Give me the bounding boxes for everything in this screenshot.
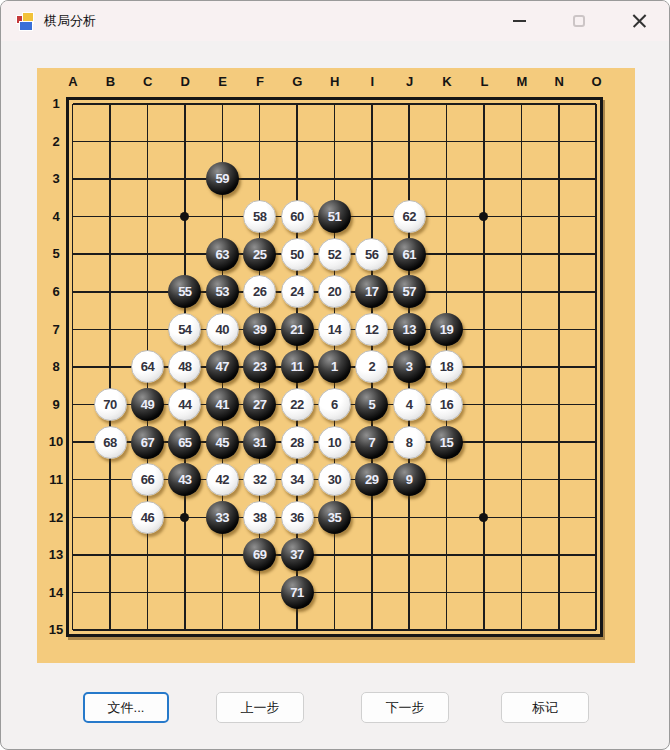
intersection-E7[interactable]: 40 [204,311,241,349]
black-stone-61: 61 [393,238,426,271]
intersection-O13[interactable] [577,536,614,574]
intersection-C12[interactable]: 46 [129,499,166,537]
intersection-D3[interactable] [166,160,203,198]
intersection-K7[interactable]: 19 [428,311,465,349]
intersection-J9[interactable]: 4 [391,386,428,424]
intersection-M11[interactable] [503,461,540,499]
intersection-B6[interactable] [91,273,128,311]
intersection-I10[interactable]: 7 [353,423,390,461]
intersection-I4[interactable] [353,198,390,236]
intersection-K8[interactable]: 18 [428,348,465,386]
intersection-L9[interactable] [465,386,502,424]
intersection-O11[interactable] [577,461,614,499]
black-stone-43: 43 [168,463,201,496]
minimize-icon [513,20,526,22]
white-stone-6: 6 [318,388,351,421]
black-stone-17: 17 [355,275,388,308]
intersection-G4[interactable]: 60 [278,198,315,236]
intersection-N2[interactable] [540,123,577,161]
intersection-K3[interactable] [428,160,465,198]
intersection-G2[interactable] [278,123,315,161]
intersection-N5[interactable] [540,235,577,273]
titlebar[interactable]: 棋局分析 [1,1,669,41]
intersection-H10[interactable]: 10 [316,423,353,461]
intersection-N10[interactable] [540,423,577,461]
intersection-B11[interactable] [91,461,128,499]
intersection-E4[interactable] [204,198,241,236]
intersection-I2[interactable] [353,123,390,161]
black-stone-3: 3 [393,350,426,383]
intersection-M2[interactable] [503,123,540,161]
intersection-F10[interactable]: 31 [241,423,278,461]
intersection-C2[interactable] [129,123,166,161]
intersection-E11[interactable]: 42 [204,461,241,499]
white-stone-20: 20 [318,275,351,308]
star-point [479,212,488,221]
intersection-I15[interactable] [353,611,390,649]
intersection-F7[interactable]: 39 [241,311,278,349]
intersection-N9[interactable] [540,386,577,424]
intersection-J1[interactable] [391,85,428,123]
intersection-O8[interactable] [577,348,614,386]
black-stone-69: 69 [243,538,276,571]
intersection-L2[interactable] [465,123,502,161]
intersection-A7[interactable] [54,311,91,349]
next-step-button[interactable]: 下一步 [361,692,449,723]
intersection-D8[interactable]: 48 [166,348,203,386]
intersection-J7[interactable]: 13 [391,311,428,349]
intersection-O15[interactable] [577,611,614,649]
intersection-A5[interactable] [54,235,91,273]
intersection-I6[interactable]: 17 [353,273,390,311]
maximize-icon [573,15,585,27]
intersection-N8[interactable] [540,348,577,386]
intersection-H4[interactable]: 51 [316,198,353,236]
white-stone-14: 14 [318,313,351,346]
intersection-L12[interactable] [465,499,502,537]
intersection-M12[interactable] [503,499,540,537]
intersection-O4[interactable] [577,198,614,236]
black-stone-53: 53 [206,275,239,308]
close-button[interactable] [609,1,669,41]
black-stone-23: 23 [243,350,276,383]
white-stone-34: 34 [281,463,314,496]
intersection-I7[interactable]: 12 [353,311,390,349]
intersection-F15[interactable] [241,611,278,649]
intersection-A11[interactable] [54,461,91,499]
intersection-M9[interactable] [503,386,540,424]
intersection-I1[interactable] [353,85,390,123]
intersection-G1[interactable] [278,85,315,123]
window-controls [489,1,669,41]
intersection-H7[interactable]: 14 [316,311,353,349]
intersection-D4[interactable] [166,198,203,236]
intersection-K13[interactable] [428,536,465,574]
intersection-K6[interactable] [428,273,465,311]
intersection-F4[interactable]: 58 [241,198,278,236]
intersection-H5[interactable]: 52 [316,235,353,273]
intersection-D14[interactable] [166,574,203,612]
intersection-G13[interactable]: 37 [278,536,315,574]
white-stone-62: 62 [393,200,426,233]
intersection-B13[interactable] [91,536,128,574]
black-stone-9: 9 [393,463,426,496]
intersection-F14[interactable] [241,574,278,612]
intersection-I9[interactable]: 5 [353,386,390,424]
intersection-B12[interactable] [91,499,128,537]
intersection-J12[interactable] [391,499,428,537]
black-stone-63: 63 [206,238,239,271]
intersection-I11[interactable]: 29 [353,461,390,499]
intersection-D12[interactable] [166,499,203,537]
intersection-L4[interactable] [465,198,502,236]
intersection-E15[interactable] [204,611,241,649]
intersection-K14[interactable] [428,574,465,612]
intersection-A4[interactable] [54,198,91,236]
intersection-E13[interactable] [204,536,241,574]
intersection-H12[interactable]: 35 [316,499,353,537]
intersection-O9[interactable] [577,386,614,424]
app-icon [16,12,34,30]
intersection-N15[interactable] [540,611,577,649]
black-stone-1: 1 [318,350,351,383]
intersection-C8[interactable]: 64 [129,348,166,386]
intersection-K15[interactable] [428,611,465,649]
intersection-K10[interactable]: 15 [428,423,465,461]
intersection-F2[interactable] [241,123,278,161]
intersection-I3[interactable] [353,160,390,198]
intersection-N13[interactable] [540,536,577,574]
intersection-L5[interactable] [465,235,502,273]
black-stone-45: 45 [206,426,239,459]
black-stone-19: 19 [430,313,463,346]
intersection-E6[interactable]: 53 [204,273,241,311]
intersection-J15[interactable] [391,611,428,649]
black-stone-51: 51 [318,200,351,233]
intersection-N3[interactable] [540,160,577,198]
white-stone-12: 12 [355,313,388,346]
intersection-K12[interactable] [428,499,465,537]
white-stone-64: 64 [131,350,164,383]
intersection-N11[interactable] [540,461,577,499]
intersection-A10[interactable] [54,423,91,461]
intersection-H11[interactable]: 30 [316,461,353,499]
intersection-E8[interactable]: 47 [204,348,241,386]
white-stone-60: 60 [281,200,314,233]
black-stone-11: 11 [281,350,314,383]
intersection-O14[interactable] [577,574,614,612]
intersection-O6[interactable] [577,273,614,311]
intersection-M7[interactable] [503,311,540,349]
intersection-L8[interactable] [465,348,502,386]
black-stone-47: 47 [206,350,239,383]
white-stone-44: 44 [168,388,201,421]
intersection-G7[interactable]: 21 [278,311,315,349]
intersection-M3[interactable] [503,160,540,198]
intersection-H2[interactable] [316,123,353,161]
intersection-O7[interactable] [577,311,614,349]
intersection-C3[interactable] [129,160,166,198]
window-title: 棋局分析 [44,12,96,30]
intersection-B14[interactable] [91,574,128,612]
intersection-B3[interactable] [91,160,128,198]
black-stone-7: 7 [355,426,388,459]
intersection-D15[interactable] [166,611,203,649]
intersection-N7[interactable] [540,311,577,349]
intersection-I5[interactable]: 56 [353,235,390,273]
mark-button[interactable]: 标记 [501,692,589,723]
intersection-C5[interactable] [129,235,166,273]
intersection-L3[interactable] [465,160,502,198]
maximize-button [549,1,609,41]
intersection-D6[interactable]: 55 [166,273,203,311]
intersection-A8[interactable] [54,348,91,386]
black-stone-57: 57 [393,275,426,308]
intersection-K9[interactable]: 16 [428,386,465,424]
intersection-D1[interactable] [166,85,203,123]
white-stone-22: 22 [281,388,314,421]
intersection-G3[interactable] [278,160,315,198]
intersection-G14[interactable]: 71 [278,574,315,612]
intersection-H3[interactable] [316,160,353,198]
intersection-L10[interactable] [465,423,502,461]
intersection-A6[interactable] [54,273,91,311]
intersection-N14[interactable] [540,574,577,612]
white-stone-16: 16 [430,388,463,421]
intersection-F5[interactable]: 25 [241,235,278,273]
intersection-M10[interactable] [503,423,540,461]
intersection-F12[interactable]: 38 [241,499,278,537]
intersection-M1[interactable] [503,85,540,123]
white-stone-40: 40 [206,313,239,346]
intersection-B8[interactable] [91,348,128,386]
black-stone-31: 31 [243,426,276,459]
intersection-I14[interactable] [353,574,390,612]
intersection-O2[interactable] [577,123,614,161]
intersection-D2[interactable] [166,123,203,161]
intersection-H8[interactable]: 1 [316,348,353,386]
intersection-B15[interactable] [91,611,128,649]
star-point [479,513,488,522]
white-stone-46: 46 [131,501,164,534]
intersection-M8[interactable] [503,348,540,386]
white-stone-26: 26 [243,275,276,308]
black-stone-35: 35 [318,501,351,534]
intersection-B4[interactable] [91,198,128,236]
white-stone-4: 4 [393,388,426,421]
intersection-F3[interactable] [241,160,278,198]
intersection-A15[interactable] [54,611,91,649]
intersection-F13[interactable]: 69 [241,536,278,574]
black-stone-15: 15 [430,426,463,459]
intersection-K1[interactable] [428,85,465,123]
intersection-K4[interactable] [428,198,465,236]
intersection-G9[interactable]: 22 [278,386,315,424]
intersection-C9[interactable]: 49 [129,386,166,424]
intersection-A13[interactable] [54,536,91,574]
intersection-D9[interactable]: 44 [166,386,203,424]
intersection-I8[interactable]: 2 [353,348,390,386]
intersection-H15[interactable] [316,611,353,649]
white-stone-32: 32 [243,463,276,496]
intersection-O1[interactable] [577,85,614,123]
intersection-E1[interactable] [204,85,241,123]
intersection-C13[interactable] [129,536,166,574]
white-stone-50: 50 [281,238,314,271]
intersection-F1[interactable] [241,85,278,123]
intersection-N4[interactable] [540,198,577,236]
black-stone-67: 67 [131,426,164,459]
board-grid: 5958605162632550525661555326242017575440… [54,85,615,649]
black-stone-59: 59 [206,162,239,195]
intersection-F9[interactable]: 27 [241,386,278,424]
intersection-L7[interactable] [465,311,502,349]
white-stone-18: 18 [430,350,463,383]
intersection-B2[interactable] [91,123,128,161]
white-stone-10: 10 [318,426,351,459]
star-point [180,513,189,522]
intersection-M6[interactable] [503,273,540,311]
intersection-E12[interactable]: 33 [204,499,241,537]
intersection-C4[interactable] [129,198,166,236]
intersection-C11[interactable]: 66 [129,461,166,499]
intersection-E5[interactable]: 63 [204,235,241,273]
intersection-F11[interactable]: 32 [241,461,278,499]
intersection-M13[interactable] [503,536,540,574]
intersection-G5[interactable]: 50 [278,235,315,273]
board-panel: ABCDEFGHIJKLMNO 123456789101112131415 59… [37,68,635,663]
intersection-K5[interactable] [428,235,465,273]
intersection-B9[interactable]: 70 [91,386,128,424]
intersection-O10[interactable] [577,423,614,461]
white-stone-36: 36 [281,501,314,534]
intersection-C14[interactable] [129,574,166,612]
intersection-L6[interactable] [465,273,502,311]
intersection-I13[interactable] [353,536,390,574]
intersection-L1[interactable] [465,85,502,123]
intersection-A2[interactable] [54,123,91,161]
intersection-K11[interactable] [428,461,465,499]
intersection-O3[interactable] [577,160,614,198]
intersection-H13[interactable] [316,536,353,574]
intersection-D13[interactable] [166,536,203,574]
black-stone-65: 65 [168,426,201,459]
star-point [180,212,189,221]
black-stone-49: 49 [131,388,164,421]
intersection-J6[interactable]: 57 [391,273,428,311]
intersection-E9[interactable]: 41 [204,386,241,424]
intersection-D11[interactable]: 43 [166,461,203,499]
white-stone-52: 52 [318,238,351,271]
black-stone-5: 5 [355,388,388,421]
intersection-J3[interactable] [391,160,428,198]
white-stone-30: 30 [318,463,351,496]
intersection-L14[interactable] [465,574,502,612]
intersection-E2[interactable] [204,123,241,161]
black-stone-37: 37 [281,538,314,571]
intersection-A14[interactable] [54,574,91,612]
intersection-H6[interactable]: 20 [316,273,353,311]
intersection-I12[interactable] [353,499,390,537]
intersection-M15[interactable] [503,611,540,649]
minimize-button[interactable] [489,1,549,41]
intersection-M14[interactable] [503,574,540,612]
intersection-D7[interactable]: 54 [166,311,203,349]
intersection-J8[interactable]: 3 [391,348,428,386]
intersection-C6[interactable] [129,273,166,311]
intersection-A1[interactable] [54,85,91,123]
intersection-K2[interactable] [428,123,465,161]
intersection-A9[interactable] [54,386,91,424]
intersection-C15[interactable] [129,611,166,649]
intersection-L11[interactable] [465,461,502,499]
intersection-B5[interactable] [91,235,128,273]
intersection-D10[interactable]: 65 [166,423,203,461]
white-stone-54: 54 [168,313,201,346]
intersection-G10[interactable]: 28 [278,423,315,461]
intersection-C10[interactable]: 67 [129,423,166,461]
intersection-N1[interactable] [540,85,577,123]
intersection-E3[interactable]: 59 [204,160,241,198]
black-stone-55: 55 [168,275,201,308]
intersection-H1[interactable] [316,85,353,123]
intersection-J2[interactable] [391,123,428,161]
intersection-B10[interactable]: 68 [91,423,128,461]
intersection-J11[interactable]: 9 [391,461,428,499]
intersection-D5[interactable] [166,235,203,273]
intersection-F6[interactable]: 26 [241,273,278,311]
intersection-J10[interactable]: 8 [391,423,428,461]
intersection-B1[interactable] [91,85,128,123]
intersection-F8[interactable]: 23 [241,348,278,386]
intersection-O12[interactable] [577,499,614,537]
intersection-G8[interactable]: 11 [278,348,315,386]
white-stone-58: 58 [243,200,276,233]
intersection-C1[interactable] [129,85,166,123]
intersection-G15[interactable] [278,611,315,649]
intersection-E14[interactable] [204,574,241,612]
intersection-H9[interactable]: 6 [316,386,353,424]
intersection-O5[interactable] [577,235,614,273]
intersection-J5[interactable]: 61 [391,235,428,273]
intersection-J13[interactable] [391,536,428,574]
intersection-G6[interactable]: 24 [278,273,315,311]
black-stone-29: 29 [355,463,388,496]
intersection-B7[interactable] [91,311,128,349]
intersection-M4[interactable] [503,198,540,236]
black-stone-27: 27 [243,388,276,421]
intersection-J14[interactable] [391,574,428,612]
intersection-G12[interactable]: 36 [278,499,315,537]
file-button[interactable]: 文件... [83,692,169,723]
intersection-L13[interactable] [465,536,502,574]
intersection-H14[interactable] [316,574,353,612]
intersection-E10[interactable]: 45 [204,423,241,461]
intersection-J4[interactable]: 62 [391,198,428,236]
intersection-A12[interactable] [54,499,91,537]
intersection-G11[interactable]: 34 [278,461,315,499]
intersection-N12[interactable] [540,499,577,537]
black-stone-39: 39 [243,313,276,346]
previous-step-button[interactable]: 上一步 [216,692,304,723]
black-stone-25: 25 [243,238,276,271]
intersection-M5[interactable] [503,235,540,273]
window: 棋局分析 ABCDEFGHIJKLMNO 1234567891011121314… [0,0,670,750]
intersection-C7[interactable] [129,311,166,349]
intersection-A3[interactable] [54,160,91,198]
intersection-N6[interactable] [540,273,577,311]
intersection-L15[interactable] [465,611,502,649]
